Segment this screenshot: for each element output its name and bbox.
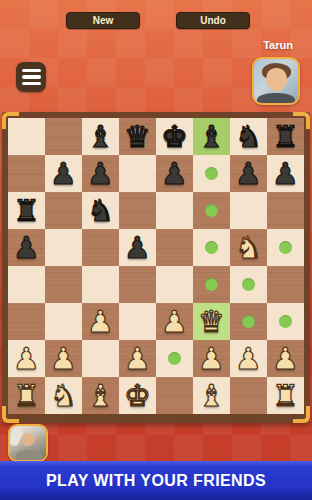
square-a3[interactable] — [8, 303, 45, 340]
square-c3[interactable]: ♟ — [82, 303, 119, 340]
square-e8[interactable]: ♚ — [156, 118, 193, 155]
square-d5[interactable]: ♟ — [119, 229, 156, 266]
undo-button[interactable]: Undo — [176, 12, 250, 29]
square-e5[interactable] — [156, 229, 193, 266]
legal-move-dot[interactable] — [205, 241, 218, 254]
square-d1[interactable]: ♚ — [119, 377, 156, 414]
legal-move-dot[interactable] — [168, 352, 181, 365]
player-photo — [10, 426, 46, 460]
square-g8[interactable]: ♞ — [230, 118, 267, 155]
square-f1[interactable]: ♝ — [193, 377, 230, 414]
piece-black-pawn[interactable]: ♟ — [8, 229, 45, 266]
board-corner-accent — [2, 112, 19, 129]
piece-white-pawn[interactable]: ♟ — [82, 303, 119, 340]
square-c6[interactable]: ♞ — [82, 192, 119, 229]
square-d7[interactable] — [119, 155, 156, 192]
player-avatar[interactable] — [8, 424, 48, 462]
square-d2[interactable]: ♟ — [119, 340, 156, 377]
square-h2[interactable]: ♟ — [267, 340, 304, 377]
piece-black-bishop[interactable]: ♝ — [193, 118, 230, 155]
square-a7[interactable] — [8, 155, 45, 192]
piece-black-queen[interactable]: ♛ — [119, 118, 156, 155]
square-f2[interactable]: ♟ — [193, 340, 230, 377]
piece-black-rook[interactable]: ♜ — [8, 192, 45, 229]
square-g7[interactable]: ♟ — [230, 155, 267, 192]
square-a5[interactable]: ♟ — [8, 229, 45, 266]
chess-board-frame: ♝♛♚♝♞♜♟♟♟♟♟♜♞♟♟♞♟♟♛♟♟♟♟♟♟♜♞♝♚♝♜ — [2, 112, 310, 423]
piece-white-pawn[interactable]: ♟ — [45, 340, 82, 377]
piece-white-bishop[interactable]: ♝ — [193, 377, 230, 414]
square-e6[interactable] — [156, 192, 193, 229]
piece-black-bishop[interactable]: ♝ — [82, 118, 119, 155]
piece-white-pawn[interactable]: ♟ — [267, 340, 304, 377]
chess-board: ♝♛♚♝♞♜♟♟♟♟♟♜♞♟♟♞♟♟♛♟♟♟♟♟♟♜♞♝♚♝♜ — [8, 118, 304, 414]
piece-black-pawn[interactable]: ♟ — [267, 155, 304, 192]
square-g5[interactable]: ♞ — [230, 229, 267, 266]
piece-black-knight[interactable]: ♞ — [82, 192, 119, 229]
square-c2[interactable] — [82, 340, 119, 377]
square-h4[interactable] — [267, 266, 304, 303]
square-e1[interactable] — [156, 377, 193, 414]
piece-white-pawn[interactable]: ♟ — [8, 340, 45, 377]
square-b5[interactable] — [45, 229, 82, 266]
square-a6[interactable]: ♜ — [8, 192, 45, 229]
piece-white-knight[interactable]: ♞ — [45, 377, 82, 414]
square-f8[interactable]: ♝ — [193, 118, 230, 155]
square-e3[interactable]: ♟ — [156, 303, 193, 340]
square-g3[interactable] — [230, 303, 267, 340]
opponent-photo — [254, 59, 298, 103]
square-c1[interactable]: ♝ — [82, 377, 119, 414]
piece-white-knight[interactable]: ♞ — [230, 229, 267, 266]
square-a4[interactable] — [8, 266, 45, 303]
square-h3[interactable] — [267, 303, 304, 340]
square-d3[interactable] — [119, 303, 156, 340]
square-g2[interactable]: ♟ — [230, 340, 267, 377]
piece-white-pawn[interactable]: ♟ — [119, 340, 156, 377]
board-corner-accent — [293, 406, 310, 423]
square-c8[interactable]: ♝ — [82, 118, 119, 155]
play-with-friends-banner[interactable]: PLAY WITH YOUR FRIENDS — [0, 461, 312, 500]
legal-move-dot[interactable] — [279, 315, 292, 328]
new-game-button[interactable]: New — [66, 12, 140, 29]
legal-move-dot[interactable] — [279, 241, 292, 254]
piece-white-bishop[interactable]: ♝ — [82, 377, 119, 414]
square-b1[interactable]: ♞ — [45, 377, 82, 414]
opponent-avatar[interactable] — [252, 57, 300, 105]
piece-black-pawn[interactable]: ♟ — [119, 229, 156, 266]
piece-black-pawn[interactable]: ♟ — [82, 155, 119, 192]
piece-white-pawn[interactable]: ♟ — [193, 340, 230, 377]
square-h6[interactable] — [267, 192, 304, 229]
board-corner-accent — [293, 112, 310, 129]
piece-white-king[interactable]: ♚ — [119, 377, 156, 414]
square-b2[interactable]: ♟ — [45, 340, 82, 377]
legal-move-dot[interactable] — [205, 167, 218, 180]
board-corner-accent — [2, 406, 19, 423]
square-d4[interactable] — [119, 266, 156, 303]
square-h5[interactable] — [267, 229, 304, 266]
square-f5[interactable] — [193, 229, 230, 266]
square-b8[interactable] — [45, 118, 82, 155]
piece-black-pawn[interactable]: ♟ — [230, 155, 267, 192]
legal-move-dot[interactable] — [242, 278, 255, 291]
legal-move-dot[interactable] — [205, 204, 218, 217]
square-g1[interactable] — [230, 377, 267, 414]
square-a2[interactable]: ♟ — [8, 340, 45, 377]
piece-white-pawn[interactable]: ♟ — [230, 340, 267, 377]
menu-button[interactable] — [16, 62, 46, 92]
square-c5[interactable] — [82, 229, 119, 266]
legal-move-dot[interactable] — [242, 315, 255, 328]
square-h7[interactable]: ♟ — [267, 155, 304, 192]
piece-white-pawn[interactable]: ♟ — [156, 303, 193, 340]
piece-black-pawn[interactable]: ♟ — [156, 155, 193, 192]
square-f7[interactable] — [193, 155, 230, 192]
piece-white-queen[interactable]: ♛ — [193, 303, 230, 340]
square-f4[interactable] — [193, 266, 230, 303]
opponent-name-label: Tarun — [250, 39, 306, 51]
piece-black-king[interactable]: ♚ — [156, 118, 193, 155]
square-g4[interactable] — [230, 266, 267, 303]
square-b4[interactable] — [45, 266, 82, 303]
square-f3[interactable]: ♛ — [193, 303, 230, 340]
square-g6[interactable] — [230, 192, 267, 229]
square-b7[interactable]: ♟ — [45, 155, 82, 192]
square-c4[interactable] — [82, 266, 119, 303]
piece-black-knight[interactable]: ♞ — [230, 118, 267, 155]
square-e4[interactable] — [156, 266, 193, 303]
square-f6[interactable] — [193, 192, 230, 229]
square-b3[interactable] — [45, 303, 82, 340]
square-e7[interactable]: ♟ — [156, 155, 193, 192]
square-d8[interactable]: ♛ — [119, 118, 156, 155]
square-c7[interactable]: ♟ — [82, 155, 119, 192]
square-d6[interactable] — [119, 192, 156, 229]
square-b6[interactable] — [45, 192, 82, 229]
square-e2[interactable] — [156, 340, 193, 377]
piece-black-pawn[interactable]: ♟ — [45, 155, 82, 192]
legal-move-dot[interactable] — [205, 278, 218, 291]
